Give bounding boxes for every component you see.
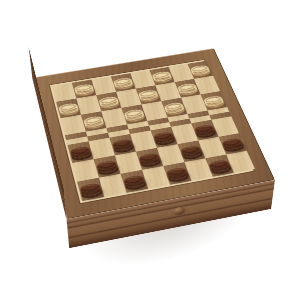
light-checker: ⛂ — [56, 98, 81, 118]
drawer-knob — [173, 206, 183, 214]
board-inlay-border: ⛂⛂⛂⛂⛂⛂⛂⛂⛂⛂⛂⛂⛂⛂⛂⛂⛂⛂⛂⛂⛂⛂⛂⛂ — [50, 60, 254, 203]
light-checker: ⛂ — [72, 79, 96, 98]
checkers-box: ⛂⛂⛂⛂⛂⛂⛂⛂⛂⛂⛂⛂⛂⛂⛂⛂⛂⛂⛂⛂⛂⛂⛂⛂ — [32, 48, 275, 219]
square-r2c1: ⛂ — [56, 98, 81, 118]
checkers-board: ⛂⛂⛂⛂⛂⛂⛂⛂⛂⛂⛂⛂⛂⛂⛂⛂⛂⛂⛂⛂⛂⛂⛂⛂ — [52, 61, 251, 201]
product-photo: ⛂⛂⛂⛂⛂⛂⛂⛂⛂⛂⛂⛂⛂⛂⛂⛂⛂⛂⛂⛂⛂⛂⛂⛂ — [0, 0, 300, 300]
scene: ⛂⛂⛂⛂⛂⛂⛂⛂⛂⛂⛂⛂⛂⛂⛂⛂⛂⛂⛂⛂⛂⛂⛂⛂ — [0, 0, 300, 300]
